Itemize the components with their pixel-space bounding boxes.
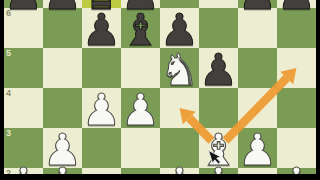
piece-white-pawn[interactable]: ♟ [121, 90, 160, 130]
piece-white-pawn[interactable]: ♟ [238, 130, 277, 170]
piece-black-pawn[interactable]: ♟ [238, 0, 277, 14]
square-d4[interactable]: ♟ [121, 88, 160, 128]
piece-black-pawn[interactable]: ♟ [82, 10, 121, 50]
piece-black-bishop[interactable]: ♝ [121, 10, 160, 50]
square-d6[interactable]: ♝ [121, 8, 160, 48]
square-c6[interactable]: ♟ [82, 8, 121, 48]
square-g7[interactable]: ♟ [238, 0, 277, 8]
piece-black-pawn[interactable]: ♟ [277, 0, 316, 14]
square-f5[interactable]: ♟ [199, 48, 238, 88]
square-h7[interactable]: ♟ [277, 0, 316, 8]
rank-label-4: 4 [6, 89, 11, 98]
rank-label-3: 3 [6, 129, 11, 138]
piece-white-pawn[interactable]: ♟ [82, 90, 121, 130]
square-a4[interactable]: 4 [4, 88, 43, 128]
square-g5[interactable] [238, 48, 277, 88]
square-c4[interactable]: ♟ [82, 88, 121, 128]
square-f6[interactable] [199, 8, 238, 48]
square-e5[interactable]: ♞ [160, 48, 199, 88]
rank-label-5: 5 [6, 49, 11, 58]
piece-white-knight[interactable]: ♞ [160, 50, 199, 90]
square-g4[interactable] [238, 88, 277, 128]
square-g3[interactable]: ♟ [238, 128, 277, 168]
piece-black-pawn[interactable]: ♟ [4, 0, 43, 14]
chess-board: ♟♟♛♟♟♟6♟♝♟5♞♟4♟♟3♟♝♟2♟♝♟♟♟ [4, 0, 316, 180]
piece-black-pawn[interactable]: ♟ [199, 50, 238, 90]
square-b7[interactable]: ♟ [43, 0, 82, 8]
square-e6[interactable]: ♟ [160, 8, 199, 48]
square-h4[interactable] [277, 88, 316, 128]
square-a7[interactable]: ♟ [4, 0, 43, 8]
square-a5[interactable]: 5 [4, 48, 43, 88]
square-b4[interactable] [43, 88, 82, 128]
piece-black-pawn[interactable]: ♟ [43, 0, 82, 14]
letterbox-bottom [0, 174, 320, 180]
square-f7[interactable] [199, 0, 238, 8]
square-h5[interactable] [277, 48, 316, 88]
square-b5[interactable] [43, 48, 82, 88]
